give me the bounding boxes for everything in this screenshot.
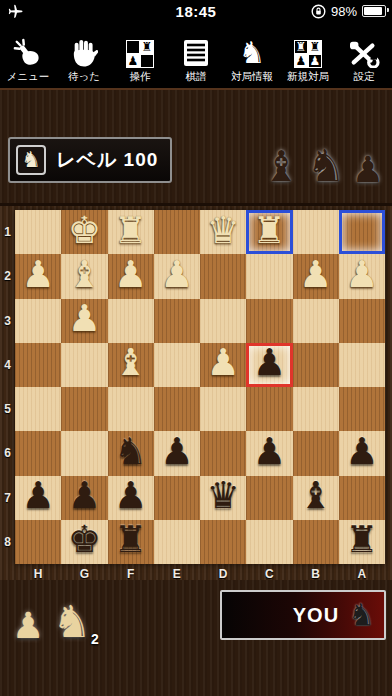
white-bishop: ♝ — [68, 256, 101, 293]
square-d3[interactable] — [200, 299, 246, 343]
player-you-panel: YOU ♞ — [220, 590, 386, 640]
square-b2[interactable]: ♟ — [293, 254, 339, 298]
rank-label-7: 7 — [0, 476, 15, 520]
black-pawn: ♟ — [68, 477, 101, 514]
square-b4[interactable] — [293, 343, 339, 387]
square-d5[interactable] — [200, 387, 246, 431]
file-label-e: E — [154, 565, 200, 582]
square-e7[interactable] — [154, 476, 200, 520]
player-you-label: YOU — [293, 604, 339, 627]
file-label-a: A — [339, 565, 385, 582]
white-rook: ♜ — [253, 212, 286, 249]
black-pawn: ♟ — [114, 477, 147, 514]
black-king: ♚ — [68, 521, 101, 558]
mini-board-icon: ♜♟ — [126, 34, 154, 68]
file-label-b: B — [293, 565, 339, 582]
black-bishop: ♝ — [299, 477, 332, 514]
toolbar-button-menu[interactable]: メニュー — [5, 34, 51, 84]
toolbar-label-game-info: 対局情報 — [231, 70, 273, 84]
toolbar-label-menu: メニュー — [7, 70, 50, 84]
white-bishop: ♝ — [114, 344, 147, 381]
white-pawn: ♟ — [345, 256, 378, 293]
file-label-c: C — [246, 565, 292, 582]
tools-icon — [348, 34, 380, 68]
square-c2[interactable] — [246, 254, 292, 298]
board-grid: ♚♜♛♜♟♝♟♟♟♟♟♝♟♟♞♟♟♟♟♟♟♛♝♚♜♜ — [15, 210, 385, 564]
black-knight: ♞ — [114, 433, 147, 470]
square-f7[interactable]: ♟ — [108, 476, 154, 520]
square-c5[interactable] — [246, 387, 292, 431]
toolbar-label-undo: 待った — [68, 70, 100, 84]
square-b8[interactable] — [293, 520, 339, 564]
square-e8[interactable] — [154, 520, 200, 564]
square-a8[interactable]: ♜ — [339, 520, 385, 564]
white-pawn: ♟ — [207, 344, 240, 381]
square-e3[interactable] — [154, 299, 200, 343]
opponent-level-label: レベル 100 — [56, 147, 158, 173]
square-g2[interactable]: ♝ — [61, 254, 107, 298]
rank-label-2: 2 — [0, 254, 15, 298]
square-g7[interactable]: ♟ — [61, 476, 107, 520]
square-h7[interactable]: ♟ — [15, 476, 61, 520]
square-g6[interactable] — [61, 431, 107, 475]
square-c4[interactable]: ♟ — [246, 343, 292, 387]
square-d8[interactable] — [200, 520, 246, 564]
square-g1[interactable]: ♚ — [61, 210, 107, 254]
battery-percent: 98% — [331, 4, 357, 19]
toolbar: メニュー 待った ♜♟ 操作 棋譜 ♞ 対局情報 ♜♜♟♟ 新規対局 設定 — [0, 22, 392, 88]
square-a6[interactable]: ♟ — [339, 431, 385, 475]
square-f8[interactable]: ♜ — [108, 520, 154, 564]
square-c6[interactable]: ♟ — [246, 431, 292, 475]
square-d2[interactable] — [200, 254, 246, 298]
white-pawn: ♟ — [22, 256, 55, 293]
white-pawn: ♟ — [114, 256, 147, 293]
square-a1[interactable] — [339, 210, 385, 254]
black-pawn: ♟ — [253, 433, 286, 470]
white-pawn: ♟ — [68, 300, 101, 337]
square-f1[interactable]: ♜ — [108, 210, 154, 254]
captured-black-bishop: ♝ — [263, 146, 301, 188]
battery-icon — [362, 5, 386, 17]
square-g8[interactable]: ♚ — [61, 520, 107, 564]
rank-labels: 12345678 — [0, 210, 15, 564]
toolbar-button-record[interactable]: 棋譜 — [173, 34, 219, 84]
square-e5[interactable] — [154, 387, 200, 431]
square-c7[interactable] — [246, 476, 292, 520]
square-h8[interactable] — [15, 520, 61, 564]
white-king: ♚ — [68, 212, 101, 249]
square-a2[interactable]: ♟ — [339, 254, 385, 298]
stop-hand-icon — [70, 34, 98, 68]
square-g5[interactable] — [61, 387, 107, 431]
square-h4[interactable] — [15, 343, 61, 387]
square-d6[interactable] — [200, 431, 246, 475]
square-h1[interactable] — [15, 210, 61, 254]
square-d4[interactable]: ♟ — [200, 343, 246, 387]
black-knight-icon: ♞ — [348, 600, 375, 630]
tap-hand-icon — [13, 34, 43, 68]
square-f5[interactable] — [108, 387, 154, 431]
toolbar-button-game-info[interactable]: ♞ 対局情報 — [229, 34, 275, 84]
black-rook: ♜ — [345, 521, 378, 558]
square-g4[interactable] — [61, 343, 107, 387]
status-bar: 18:45 98% — [0, 0, 392, 22]
square-e1[interactable] — [154, 210, 200, 254]
square-a7[interactable] — [339, 476, 385, 520]
toolbar-label-record: 棋譜 — [186, 70, 207, 84]
square-f6[interactable]: ♞ — [108, 431, 154, 475]
rank-label-4: 4 — [0, 343, 15, 387]
square-h3[interactable] — [15, 299, 61, 343]
rank-label-3: 3 — [0, 299, 15, 343]
square-b5[interactable] — [293, 387, 339, 431]
black-pawn: ♟ — [22, 477, 55, 514]
square-a5[interactable] — [339, 387, 385, 431]
square-b3[interactable] — [293, 299, 339, 343]
captured-black-knight: ♞ — [306, 144, 345, 188]
square-f4[interactable]: ♝ — [108, 343, 154, 387]
toolbar-button-operation[interactable]: ♜♟ 操作 — [117, 34, 163, 84]
captured-black-pieces-tray: ♝♞♟ — [263, 136, 384, 188]
black-pawn: ♟ — [345, 433, 378, 470]
rank-label-6: 6 — [0, 431, 15, 475]
file-label-d: D — [200, 565, 246, 582]
mini-board-pieces-icon: ♜♜♟♟ — [294, 34, 322, 68]
captured-white-knight: ♞2 — [52, 600, 91, 644]
square-c8[interactable] — [246, 520, 292, 564]
square-c1[interactable]: ♜ — [246, 210, 292, 254]
file-label-f: F — [108, 565, 154, 582]
rank-label-5: 5 — [0, 387, 15, 431]
square-h6[interactable] — [15, 431, 61, 475]
toolbar-label-operation: 操作 — [130, 70, 151, 84]
square-h2[interactable]: ♟ — [15, 254, 61, 298]
file-label-h: H — [15, 565, 61, 582]
square-c3[interactable] — [246, 299, 292, 343]
square-a3[interactable] — [339, 299, 385, 343]
toolbar-button-settings[interactable]: 設定 — [341, 34, 387, 84]
document-lines-icon — [182, 34, 210, 68]
board-frame: 12345678 ♚♜♛♜♟♝♟♟♟♟♟♝♟♟♞♟♟♟♟♟♟♛♝♚♜♜ HGFE… — [0, 203, 392, 580]
opponent-level-panel: ♞ レベル 100 — [8, 137, 172, 183]
white-rook: ♜ — [114, 212, 147, 249]
square-e4[interactable] — [154, 343, 200, 387]
toolbar-button-undo[interactable]: 待った — [61, 34, 107, 84]
square-b7[interactable]: ♝ — [293, 476, 339, 520]
black-pawn: ♟ — [253, 344, 286, 381]
square-e6[interactable]: ♟ — [154, 431, 200, 475]
square-f2[interactable]: ♟ — [108, 254, 154, 298]
toolbar-label-new-game: 新規対局 — [287, 70, 329, 84]
black-rook: ♜ — [114, 521, 147, 558]
toolbar-button-new-game[interactable]: ♜♜♟♟ 新規対局 — [285, 34, 331, 84]
square-f3[interactable] — [108, 299, 154, 343]
captured-count-badge: 2 — [91, 632, 99, 646]
rank-label-8: 8 — [0, 520, 15, 564]
square-d1[interactable]: ♛ — [200, 210, 246, 254]
square-d7[interactable]: ♛ — [200, 476, 246, 520]
white-pawn: ♟ — [299, 256, 332, 293]
captured-white-pawn: ♟ — [12, 608, 44, 644]
black-pawn: ♟ — [160, 433, 193, 470]
black-queen: ♛ — [207, 477, 240, 514]
file-label-g: G — [61, 565, 107, 582]
white-queen: ♛ — [207, 212, 240, 249]
square-h5[interactable] — [15, 387, 61, 431]
captured-white-pieces-tray: ♟♞2 — [12, 588, 92, 644]
square-b1[interactable] — [293, 210, 339, 254]
knight-icon: ♞ — [239, 34, 266, 68]
square-g3[interactable]: ♟ — [61, 299, 107, 343]
toolbar-label-settings: 設定 — [354, 70, 375, 84]
square-a4[interactable] — [339, 343, 385, 387]
captured-black-pawn: ♟ — [352, 152, 384, 188]
square-e2[interactable]: ♟ — [154, 254, 200, 298]
white-knight-icon: ♞ — [16, 145, 46, 175]
square-b6[interactable] — [293, 431, 339, 475]
white-pawn: ♟ — [160, 256, 193, 293]
file-labels: HGFEDCBA — [15, 565, 385, 582]
orientation-lock-icon — [311, 4, 326, 19]
rank-label-1: 1 — [0, 210, 15, 254]
